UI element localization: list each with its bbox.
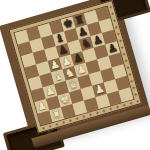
chess-box: ♞ ♟ ♚♜♝♟♟♞♟♟♟♟♟♝♞♟♟♛♟♚♟♜ <box>0 0 149 140</box>
square-h1[interactable] <box>119 87 134 102</box>
chess-board: ♚♜♝♟♟♞♟♟♟♟♟♝♞♟♟♛♟♚♟♜ <box>15 7 134 126</box>
product-photo-scene: ♞ ♟ ♚♜♝♟♟♞♟♟♟♟♟♝♞♟♟♛♟♚♟♜ <box>0 0 150 150</box>
